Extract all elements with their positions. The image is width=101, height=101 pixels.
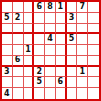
sudoku-cell-given: 5	[67, 34, 78, 45]
sudoku-board: 68175234516321564	[0, 0, 101, 101]
sudoku-cell-empty[interactable]	[24, 24, 35, 35]
sudoku-cell-empty[interactable]	[45, 56, 56, 67]
sudoku-cell-empty[interactable]	[88, 88, 99, 99]
sudoku-cell-empty[interactable]	[2, 56, 13, 67]
sudoku-cell-empty[interactable]	[56, 56, 67, 67]
sudoku-cell-empty[interactable]	[88, 45, 99, 56]
sudoku-cell-empty[interactable]	[88, 56, 99, 67]
sudoku-cell-given: 4	[45, 34, 56, 45]
sudoku-cell-given: 8	[45, 2, 56, 13]
sudoku-cell-empty[interactable]	[88, 2, 99, 13]
sudoku-cell-empty[interactable]	[67, 77, 78, 88]
sudoku-cell-given: 4	[2, 88, 13, 99]
sudoku-cell-empty[interactable]	[88, 67, 99, 78]
sudoku-cell-given: 1	[77, 67, 88, 78]
sudoku-cell-empty[interactable]	[67, 45, 78, 56]
sudoku-cell-empty[interactable]	[77, 24, 88, 35]
sudoku-cell-empty[interactable]	[2, 45, 13, 56]
sudoku-cell-empty[interactable]	[34, 45, 45, 56]
sudoku-cell-empty[interactable]	[34, 88, 45, 99]
sudoku-cell-empty[interactable]	[67, 2, 78, 13]
sudoku-cell-empty[interactable]	[56, 67, 67, 78]
sudoku-cell-empty[interactable]	[56, 34, 67, 45]
sudoku-cell-empty[interactable]	[88, 24, 99, 35]
sudoku-cell-given: 7	[77, 2, 88, 13]
sudoku-cell-empty[interactable]	[88, 13, 99, 24]
sudoku-cell-empty[interactable]	[24, 34, 35, 45]
sudoku-cell-given: 2	[34, 67, 45, 78]
sudoku-cell-empty[interactable]	[67, 67, 78, 78]
sudoku-cell-empty[interactable]	[24, 2, 35, 13]
sudoku-cell-given: 2	[13, 13, 24, 24]
sudoku-cell-given: 1	[24, 45, 35, 56]
sudoku-cell-given: 6	[13, 56, 24, 67]
sudoku-cell-empty[interactable]	[2, 2, 13, 13]
sudoku-cell-empty[interactable]	[13, 77, 24, 88]
sudoku-cell-empty[interactable]	[2, 24, 13, 35]
sudoku-cell-given: 3	[67, 13, 78, 24]
sudoku-cell-empty[interactable]	[13, 24, 24, 35]
sudoku-cell-empty[interactable]	[24, 13, 35, 24]
sudoku-cell-given: 3	[2, 67, 13, 78]
sudoku-cell-empty[interactable]	[45, 67, 56, 78]
sudoku-cell-empty[interactable]	[56, 88, 67, 99]
sudoku-cell-empty[interactable]	[45, 45, 56, 56]
sudoku-cell-empty[interactable]	[13, 34, 24, 45]
sudoku-cell-empty[interactable]	[45, 77, 56, 88]
sudoku-cell-given: 6	[34, 2, 45, 13]
sudoku-cell-empty[interactable]	[67, 24, 78, 35]
sudoku-cell-empty[interactable]	[77, 77, 88, 88]
sudoku-cell-empty[interactable]	[24, 56, 35, 67]
sudoku-cell-empty[interactable]	[13, 67, 24, 78]
sudoku-cell-given: 1	[56, 2, 67, 13]
sudoku-cell-empty[interactable]	[77, 56, 88, 67]
sudoku-cell-empty[interactable]	[88, 34, 99, 45]
sudoku-cell-empty[interactable]	[24, 67, 35, 78]
sudoku-cell-empty[interactable]	[34, 34, 45, 45]
sudoku-cell-empty[interactable]	[67, 56, 78, 67]
sudoku-cell-empty[interactable]	[13, 45, 24, 56]
sudoku-cell-empty[interactable]	[24, 77, 35, 88]
sudoku-cell-empty[interactable]	[34, 24, 45, 35]
sudoku-cell-empty[interactable]	[77, 45, 88, 56]
sudoku-cell-empty[interactable]	[67, 88, 78, 99]
sudoku-cell-given: 5	[34, 77, 45, 88]
sudoku-cell-empty[interactable]	[56, 45, 67, 56]
sudoku-cell-empty[interactable]	[45, 24, 56, 35]
sudoku-cell-empty[interactable]	[24, 88, 35, 99]
sudoku-cell-empty[interactable]	[45, 13, 56, 24]
sudoku-cell-empty[interactable]	[34, 56, 45, 67]
sudoku-cell-empty[interactable]	[2, 77, 13, 88]
sudoku-cell-empty[interactable]	[77, 34, 88, 45]
sudoku-cell-empty[interactable]	[56, 13, 67, 24]
sudoku-cell-empty[interactable]	[34, 13, 45, 24]
sudoku-cell-given: 6	[56, 77, 67, 88]
sudoku-cell-empty[interactable]	[77, 88, 88, 99]
sudoku-cell-empty[interactable]	[13, 2, 24, 13]
sudoku-cell-given: 5	[2, 13, 13, 24]
sudoku-cell-empty[interactable]	[77, 13, 88, 24]
sudoku-cell-empty[interactable]	[88, 77, 99, 88]
sudoku-cell-empty[interactable]	[45, 88, 56, 99]
sudoku-cell-empty[interactable]	[56, 24, 67, 35]
sudoku-cell-empty[interactable]	[2, 34, 13, 45]
sudoku-cell-empty[interactable]	[13, 88, 24, 99]
